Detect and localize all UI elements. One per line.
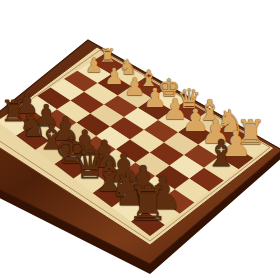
white-pawn-h2[interactable]: ♟: [85, 54, 103, 74]
white-pawn-g2[interactable]: ♟: [104, 64, 124, 86]
black-rook-a8[interactable]: ♜: [127, 180, 169, 227]
chess-set-photo: ♜♟♞♟♝♟♚♟♛♟♟♝♜♟♟♞♞♟♟♜♝♟♟♚♝♟♛♟♝♟♞♟♜: [0, 0, 280, 280]
black-bishop-a3[interactable]: ♝: [204, 134, 237, 171]
